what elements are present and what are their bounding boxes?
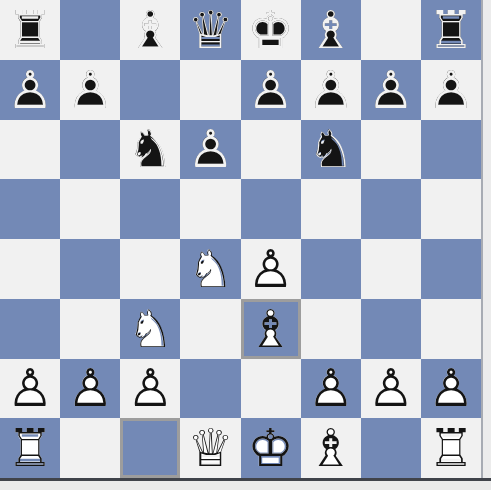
white-pawn[interactable]: ♟♙ (120, 359, 180, 419)
piece-glyph-outline: ♙ (301, 359, 361, 419)
square-f7[interactable]: ♟♙ (301, 60, 361, 120)
square-d8[interactable]: ♛♕ (180, 0, 240, 60)
square-h1[interactable]: ♜♖ (421, 418, 481, 478)
square-d6[interactable]: ♟♙ (180, 120, 240, 180)
black-rook[interactable]: ♜♖ (0, 0, 60, 60)
square-b2[interactable]: ♟♙ (60, 359, 120, 419)
black-rook[interactable]: ♜♖ (421, 0, 481, 60)
white-pawn[interactable]: ♟♙ (421, 359, 481, 419)
piece-glyph-outline: ♗ (120, 0, 180, 60)
square-f4[interactable] (301, 239, 361, 299)
square-a6[interactable] (0, 120, 60, 180)
white-pawn[interactable]: ♟♙ (0, 359, 60, 419)
piece-glyph-outline: ♗ (301, 0, 361, 60)
piece-glyph-outline: ♙ (60, 60, 120, 120)
square-e5[interactable] (241, 179, 301, 239)
square-f2[interactable]: ♟♙ (301, 359, 361, 419)
square-d3[interactable] (180, 299, 240, 359)
piece-glyph-outline: ♖ (421, 0, 481, 60)
square-g1[interactable] (361, 418, 421, 478)
square-a5[interactable] (0, 179, 60, 239)
piece-glyph-outline: ♗ (301, 418, 361, 478)
piece-glyph-outline: ♙ (180, 120, 240, 180)
piece-glyph-outline: ♘ (120, 299, 180, 359)
black-pawn[interactable]: ♟♙ (421, 60, 481, 120)
square-h5[interactable] (421, 179, 481, 239)
chess-board: ♜♖♝♗♛♕♚♔♝♗♜♖♟♙♟♙♟♙♟♙♟♙♟♙♞♘♟♙♞♘♞♘♟♙♞♘♝♗♟♙… (0, 0, 483, 478)
white-pawn[interactable]: ♟♙ (60, 359, 120, 419)
square-e2[interactable] (241, 359, 301, 419)
square-a1[interactable]: ♜♖ (0, 418, 60, 478)
square-f1[interactable]: ♝♗ (301, 418, 361, 478)
white-pawn[interactable]: ♟♙ (361, 359, 421, 419)
black-pawn[interactable]: ♟♙ (361, 60, 421, 120)
piece-glyph-outline: ♕ (180, 418, 240, 478)
square-c4[interactable] (120, 239, 180, 299)
square-g6[interactable] (361, 120, 421, 180)
square-c1[interactable] (120, 418, 180, 478)
black-bishop[interactable]: ♝♗ (301, 0, 361, 60)
piece-glyph-outline: ♙ (241, 60, 301, 120)
black-bishop[interactable]: ♝♗ (120, 0, 180, 60)
square-h2[interactable]: ♟♙ (421, 359, 481, 419)
piece-glyph-outline: ♘ (301, 120, 361, 180)
black-knight[interactable]: ♞♘ (301, 120, 361, 180)
square-b7[interactable]: ♟♙ (60, 60, 120, 120)
white-bishop[interactable]: ♝♗ (241, 299, 301, 359)
piece-glyph-outline: ♔ (241, 0, 301, 60)
white-knight[interactable]: ♞♘ (180, 239, 240, 299)
piece-glyph-outline: ♙ (60, 359, 120, 419)
square-c8[interactable]: ♝♗ (120, 0, 180, 60)
square-c3[interactable]: ♞♘ (120, 299, 180, 359)
square-g4[interactable] (361, 239, 421, 299)
piece-glyph-outline: ♖ (0, 418, 60, 478)
piece-glyph-outline: ♖ (421, 418, 481, 478)
piece-glyph-outline: ♙ (120, 359, 180, 419)
square-h3[interactable] (421, 299, 481, 359)
square-b5[interactable] (60, 179, 120, 239)
square-h7[interactable]: ♟♙ (421, 60, 481, 120)
white-bishop[interactable]: ♝♗ (301, 418, 361, 478)
square-c5[interactable] (120, 179, 180, 239)
white-queen[interactable]: ♛♕ (180, 418, 240, 478)
black-king[interactable]: ♚♔ (241, 0, 301, 60)
square-h6[interactable] (421, 120, 481, 180)
piece-glyph-outline: ♔ (241, 418, 301, 478)
white-pawn[interactable]: ♟♙ (301, 359, 361, 419)
square-f8[interactable]: ♝♗ (301, 0, 361, 60)
square-d7[interactable] (180, 60, 240, 120)
piece-glyph-outline: ♙ (301, 60, 361, 120)
square-e1[interactable]: ♚♔ (241, 418, 301, 478)
square-g2[interactable]: ♟♙ (361, 359, 421, 419)
square-g7[interactable]: ♟♙ (361, 60, 421, 120)
black-pawn[interactable]: ♟♙ (301, 60, 361, 120)
piece-glyph-outline: ♖ (0, 0, 60, 60)
square-a7[interactable]: ♟♙ (0, 60, 60, 120)
piece-glyph-outline: ♙ (0, 359, 60, 419)
square-f5[interactable] (301, 179, 361, 239)
square-e8[interactable]: ♚♔ (241, 0, 301, 60)
piece-glyph-outline: ♕ (180, 0, 240, 60)
square-e7[interactable]: ♟♙ (241, 60, 301, 120)
square-d4[interactable]: ♞♘ (180, 239, 240, 299)
white-king[interactable]: ♚♔ (241, 418, 301, 478)
square-h4[interactable] (421, 239, 481, 299)
white-pawn[interactable]: ♟♙ (241, 239, 301, 299)
white-rook[interactable]: ♜♖ (0, 418, 60, 478)
square-a8[interactable]: ♜♖ (0, 0, 60, 60)
square-e6[interactable] (241, 120, 301, 180)
piece-glyph-outline: ♗ (241, 299, 301, 359)
piece-glyph-outline: ♙ (361, 60, 421, 120)
chess-app-page: ♜♖♝♗♛♕♚♔♝♗♜♖♟♙♟♙♟♙♟♙♟♙♟♙♞♘♟♙♞♘♞♘♟♙♞♘♝♗♟♙… (0, 0, 491, 490)
piece-glyph-outline: ♙ (421, 359, 481, 419)
square-c7[interactable] (120, 60, 180, 120)
piece-glyph-outline: ♙ (361, 359, 421, 419)
square-f3[interactable] (301, 299, 361, 359)
piece-glyph-outline: ♙ (0, 60, 60, 120)
square-b1[interactable] (60, 418, 120, 478)
square-a3[interactable] (0, 299, 60, 359)
square-g3[interactable] (361, 299, 421, 359)
square-b4[interactable] (60, 239, 120, 299)
square-f6[interactable]: ♞♘ (301, 120, 361, 180)
white-knight[interactable]: ♞♘ (120, 299, 180, 359)
board-bottom-edge (0, 478, 491, 490)
square-d5[interactable] (180, 179, 240, 239)
black-queen[interactable]: ♛♕ (180, 0, 240, 60)
square-h8[interactable]: ♜♖ (421, 0, 481, 60)
square-g5[interactable] (361, 179, 421, 239)
black-knight[interactable]: ♞♘ (120, 120, 180, 180)
piece-glyph-outline: ♙ (421, 60, 481, 120)
piece-glyph-outline: ♙ (241, 239, 301, 299)
black-pawn[interactable]: ♟♙ (180, 120, 240, 180)
square-e3[interactable]: ♝♗ (241, 299, 301, 359)
square-a2[interactable]: ♟♙ (0, 359, 60, 419)
square-e4[interactable]: ♟♙ (241, 239, 301, 299)
square-a4[interactable] (0, 239, 60, 299)
black-pawn[interactable]: ♟♙ (60, 60, 120, 120)
square-b8[interactable] (60, 0, 120, 60)
square-b3[interactable] (60, 299, 120, 359)
square-d1[interactable]: ♛♕ (180, 418, 240, 478)
piece-glyph-outline: ♘ (120, 120, 180, 180)
black-pawn[interactable]: ♟♙ (0, 60, 60, 120)
square-b6[interactable] (60, 120, 120, 180)
square-d2[interactable] (180, 359, 240, 419)
piece-glyph-outline: ♘ (180, 239, 240, 299)
square-g8[interactable] (361, 0, 421, 60)
square-c6[interactable]: ♞♘ (120, 120, 180, 180)
square-c2[interactable]: ♟♙ (120, 359, 180, 419)
black-pawn[interactable]: ♟♙ (241, 60, 301, 120)
board-right-edge (483, 0, 491, 478)
white-rook[interactable]: ♜♖ (421, 418, 481, 478)
